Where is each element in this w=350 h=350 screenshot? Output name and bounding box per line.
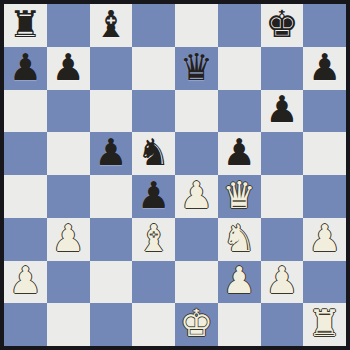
square-f7[interactable] (218, 47, 261, 90)
piece-white-pawn[interactable]: ♟ (223, 262, 256, 299)
square-f4[interactable]: ♛ (218, 175, 261, 218)
square-a1[interactable] (4, 303, 47, 346)
square-e6[interactable] (175, 90, 218, 133)
square-g7[interactable] (261, 47, 304, 90)
piece-white-pawn[interactable]: ♟ (308, 220, 341, 257)
square-g2[interactable]: ♟ (261, 261, 304, 304)
square-e3[interactable] (175, 218, 218, 261)
square-g3[interactable] (261, 218, 304, 261)
piece-black-pawn[interactable]: ♟ (308, 49, 341, 86)
square-a2[interactable]: ♟ (4, 261, 47, 304)
piece-white-king[interactable]: ♚ (180, 305, 213, 342)
square-g5[interactable] (261, 132, 304, 175)
board-frame: ♜♝♚♟♟♛♟♟♟♞♟♟♟♛♟♝♞♟♟♟♟♚♜ (0, 0, 350, 350)
square-h7[interactable]: ♟ (303, 47, 346, 90)
square-e2[interactable] (175, 261, 218, 304)
square-a4[interactable] (4, 175, 47, 218)
piece-white-pawn[interactable]: ♟ (9, 262, 42, 299)
piece-black-queen[interactable]: ♛ (180, 49, 213, 86)
square-h2[interactable] (303, 261, 346, 304)
square-e1[interactable]: ♚ (175, 303, 218, 346)
piece-white-pawn[interactable]: ♟ (265, 262, 298, 299)
square-d8[interactable] (132, 4, 175, 47)
square-c1[interactable] (90, 303, 133, 346)
piece-black-pawn[interactable]: ♟ (223, 134, 256, 171)
square-c7[interactable] (90, 47, 133, 90)
square-d5[interactable]: ♞ (132, 132, 175, 175)
square-a6[interactable] (4, 90, 47, 133)
square-d4[interactable]: ♟ (132, 175, 175, 218)
square-f5[interactable]: ♟ (218, 132, 261, 175)
square-d3[interactable]: ♝ (132, 218, 175, 261)
square-e5[interactable] (175, 132, 218, 175)
square-b2[interactable] (47, 261, 90, 304)
square-b5[interactable] (47, 132, 90, 175)
piece-black-pawn[interactable]: ♟ (94, 134, 127, 171)
square-g6[interactable]: ♟ (261, 90, 304, 133)
piece-black-king[interactable]: ♚ (265, 6, 298, 43)
square-d6[interactable] (132, 90, 175, 133)
piece-black-pawn[interactable]: ♟ (265, 91, 298, 128)
square-f8[interactable] (218, 4, 261, 47)
piece-white-bishop[interactable]: ♝ (137, 220, 170, 257)
piece-black-knight[interactable]: ♞ (137, 134, 170, 171)
chess-board: ♜♝♚♟♟♛♟♟♟♞♟♟♟♛♟♝♞♟♟♟♟♚♜ (4, 4, 346, 346)
square-a7[interactable]: ♟ (4, 47, 47, 90)
square-c8[interactable]: ♝ (90, 4, 133, 47)
square-e4[interactable]: ♟ (175, 175, 218, 218)
square-h1[interactable]: ♜ (303, 303, 346, 346)
square-g1[interactable] (261, 303, 304, 346)
piece-black-pawn[interactable]: ♟ (137, 177, 170, 214)
square-a5[interactable] (4, 132, 47, 175)
square-d1[interactable] (132, 303, 175, 346)
square-h4[interactable] (303, 175, 346, 218)
square-b4[interactable] (47, 175, 90, 218)
piece-black-pawn[interactable]: ♟ (52, 49, 85, 86)
piece-black-pawn[interactable]: ♟ (9, 49, 42, 86)
square-e7[interactable]: ♛ (175, 47, 218, 90)
square-c5[interactable]: ♟ (90, 132, 133, 175)
square-f6[interactable] (218, 90, 261, 133)
piece-white-queen[interactable]: ♛ (223, 177, 256, 214)
square-b7[interactable]: ♟ (47, 47, 90, 90)
piece-white-rook[interactable]: ♜ (308, 305, 341, 342)
square-b6[interactable] (47, 90, 90, 133)
square-d7[interactable] (132, 47, 175, 90)
piece-black-rook[interactable]: ♜ (9, 6, 42, 43)
square-f2[interactable]: ♟ (218, 261, 261, 304)
square-c3[interactable] (90, 218, 133, 261)
square-b3[interactable]: ♟ (47, 218, 90, 261)
square-a3[interactable] (4, 218, 47, 261)
square-e8[interactable] (175, 4, 218, 47)
square-b8[interactable] (47, 4, 90, 47)
square-h5[interactable] (303, 132, 346, 175)
square-f3[interactable]: ♞ (218, 218, 261, 261)
square-g4[interactable] (261, 175, 304, 218)
square-g8[interactable]: ♚ (261, 4, 304, 47)
square-c4[interactable] (90, 175, 133, 218)
square-d2[interactable] (132, 261, 175, 304)
piece-black-bishop[interactable]: ♝ (94, 6, 127, 43)
square-f1[interactable] (218, 303, 261, 346)
square-h3[interactable]: ♟ (303, 218, 346, 261)
square-c6[interactable] (90, 90, 133, 133)
square-b1[interactable] (47, 303, 90, 346)
square-h8[interactable] (303, 4, 346, 47)
square-h6[interactable] (303, 90, 346, 133)
square-a8[interactable]: ♜ (4, 4, 47, 47)
square-c2[interactable] (90, 261, 133, 304)
piece-white-pawn[interactable]: ♟ (180, 177, 213, 214)
piece-white-pawn[interactable]: ♟ (52, 220, 85, 257)
piece-white-knight[interactable]: ♞ (223, 220, 256, 257)
